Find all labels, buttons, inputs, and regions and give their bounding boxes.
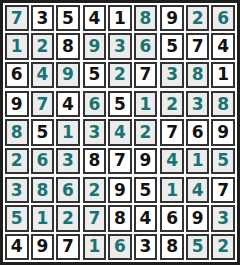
cell-r2c4[interactable]: 9 xyxy=(83,33,107,59)
cell-r8c2[interactable]: 1 xyxy=(31,205,55,231)
cell-r5c8[interactable]: 6 xyxy=(186,119,210,145)
cell-r4c1[interactable]: 9 xyxy=(5,91,29,117)
cell-r6c3[interactable]: 3 xyxy=(56,148,80,174)
cell-r4c6[interactable]: 1 xyxy=(134,91,158,117)
cell-r3c1[interactable]: 6 xyxy=(5,62,29,88)
cell-r5c4[interactable]: 3 xyxy=(83,119,107,145)
cell-r7c8[interactable]: 4 xyxy=(186,177,210,203)
cell-r9c7[interactable]: 8 xyxy=(160,234,184,260)
sudoku-block-2: 418936527 xyxy=(83,5,158,88)
cell-r6c5[interactable]: 7 xyxy=(108,148,132,174)
cell-r5c3[interactable]: 1 xyxy=(56,119,80,145)
cell-r7c7[interactable]: 1 xyxy=(160,177,184,203)
cell-r2c1[interactable]: 1 xyxy=(5,33,29,59)
cell-r9c1[interactable]: 4 xyxy=(5,234,29,260)
cell-r8c7[interactable]: 6 xyxy=(160,205,184,231)
sudoku-board: 7351286494189365279265743819748512636513… xyxy=(0,0,240,265)
cell-r2c7[interactable]: 5 xyxy=(160,33,184,59)
cell-r5c2[interactable]: 5 xyxy=(31,119,55,145)
sudoku-block-5: 651342879 xyxy=(83,91,158,174)
cell-r4c3[interactable]: 4 xyxy=(56,91,80,117)
cell-r6c7[interactable]: 4 xyxy=(160,148,184,174)
cell-r9c5[interactable]: 6 xyxy=(108,234,132,260)
cell-r3c3[interactable]: 9 xyxy=(56,62,80,88)
cell-r2c5[interactable]: 3 xyxy=(108,33,132,59)
cell-r1c7[interactable]: 9 xyxy=(160,5,184,31)
sudoku-block-7: 386512497 xyxy=(5,177,80,260)
cell-r8c9[interactable]: 3 xyxy=(211,205,235,231)
cell-r7c1[interactable]: 3 xyxy=(5,177,29,203)
cell-r1c6[interactable]: 8 xyxy=(134,5,158,31)
cell-r4c9[interactable]: 8 xyxy=(211,91,235,117)
cell-r2c3[interactable]: 8 xyxy=(56,33,80,59)
cell-r1c3[interactable]: 5 xyxy=(56,5,80,31)
cell-r5c9[interactable]: 9 xyxy=(211,119,235,145)
cell-r9c9[interactable]: 2 xyxy=(211,234,235,260)
cell-r3c2[interactable]: 4 xyxy=(31,62,55,88)
cell-r6c9[interactable]: 5 xyxy=(211,148,235,174)
cell-r6c2[interactable]: 6 xyxy=(31,148,55,174)
cell-r4c2[interactable]: 7 xyxy=(31,91,55,117)
cell-r1c1[interactable]: 7 xyxy=(5,5,29,31)
cell-r5c1[interactable]: 8 xyxy=(5,119,29,145)
cell-r8c3[interactable]: 2 xyxy=(56,205,80,231)
cell-r3c5[interactable]: 2 xyxy=(108,62,132,88)
cell-r7c9[interactable]: 7 xyxy=(211,177,235,203)
cell-r9c6[interactable]: 3 xyxy=(134,234,158,260)
cell-r8c8[interactable]: 9 xyxy=(186,205,210,231)
cell-r9c3[interactable]: 7 xyxy=(56,234,80,260)
sudoku-block-3: 926574381 xyxy=(160,5,235,88)
cell-r2c8[interactable]: 7 xyxy=(186,33,210,59)
cell-r7c2[interactable]: 8 xyxy=(31,177,55,203)
cell-r2c9[interactable]: 4 xyxy=(211,33,235,59)
cell-r8c6[interactable]: 4 xyxy=(134,205,158,231)
cell-r9c8[interactable]: 5 xyxy=(186,234,210,260)
cell-r6c1[interactable]: 2 xyxy=(5,148,29,174)
cell-r9c4[interactable]: 1 xyxy=(83,234,107,260)
cell-r9c2[interactable]: 9 xyxy=(31,234,55,260)
cell-r5c5[interactable]: 4 xyxy=(108,119,132,145)
cell-r8c1[interactable]: 5 xyxy=(5,205,29,231)
cell-r4c8[interactable]: 3 xyxy=(186,91,210,117)
cell-r7c3[interactable]: 6 xyxy=(56,177,80,203)
sudoku-block-9: 147693852 xyxy=(160,177,235,260)
cell-r8c5[interactable]: 8 xyxy=(108,205,132,231)
cell-r3c9[interactable]: 1 xyxy=(211,62,235,88)
cell-r3c7[interactable]: 3 xyxy=(160,62,184,88)
cell-r2c6[interactable]: 6 xyxy=(134,33,158,59)
cell-r8c4[interactable]: 7 xyxy=(83,205,107,231)
sudoku-block-8: 295784163 xyxy=(83,177,158,260)
cell-r3c6[interactable]: 7 xyxy=(134,62,158,88)
cell-r1c5[interactable]: 1 xyxy=(108,5,132,31)
cell-r6c8[interactable]: 1 xyxy=(186,148,210,174)
sudoku-block-1: 735128649 xyxy=(5,5,80,88)
cell-r4c4[interactable]: 6 xyxy=(83,91,107,117)
sudoku-block-4: 974851263 xyxy=(5,91,80,174)
cell-r7c6[interactable]: 5 xyxy=(134,177,158,203)
cell-r1c8[interactable]: 2 xyxy=(186,5,210,31)
cell-r4c7[interactable]: 2 xyxy=(160,91,184,117)
cell-r2c2[interactable]: 2 xyxy=(31,33,55,59)
cell-r6c4[interactable]: 8 xyxy=(83,148,107,174)
cell-r5c6[interactable]: 2 xyxy=(134,119,158,145)
cell-r3c8[interactable]: 8 xyxy=(186,62,210,88)
cell-r7c4[interactable]: 2 xyxy=(83,177,107,203)
cell-r4c5[interactable]: 5 xyxy=(108,91,132,117)
cell-r1c2[interactable]: 3 xyxy=(31,5,55,31)
sudoku-block-6: 238769415 xyxy=(160,91,235,174)
cell-r7c5[interactable]: 9 xyxy=(108,177,132,203)
cell-r1c9[interactable]: 6 xyxy=(211,5,235,31)
cell-r6c6[interactable]: 9 xyxy=(134,148,158,174)
cell-r3c4[interactable]: 5 xyxy=(83,62,107,88)
cell-r1c4[interactable]: 4 xyxy=(83,5,107,31)
cell-r5c7[interactable]: 7 xyxy=(160,119,184,145)
